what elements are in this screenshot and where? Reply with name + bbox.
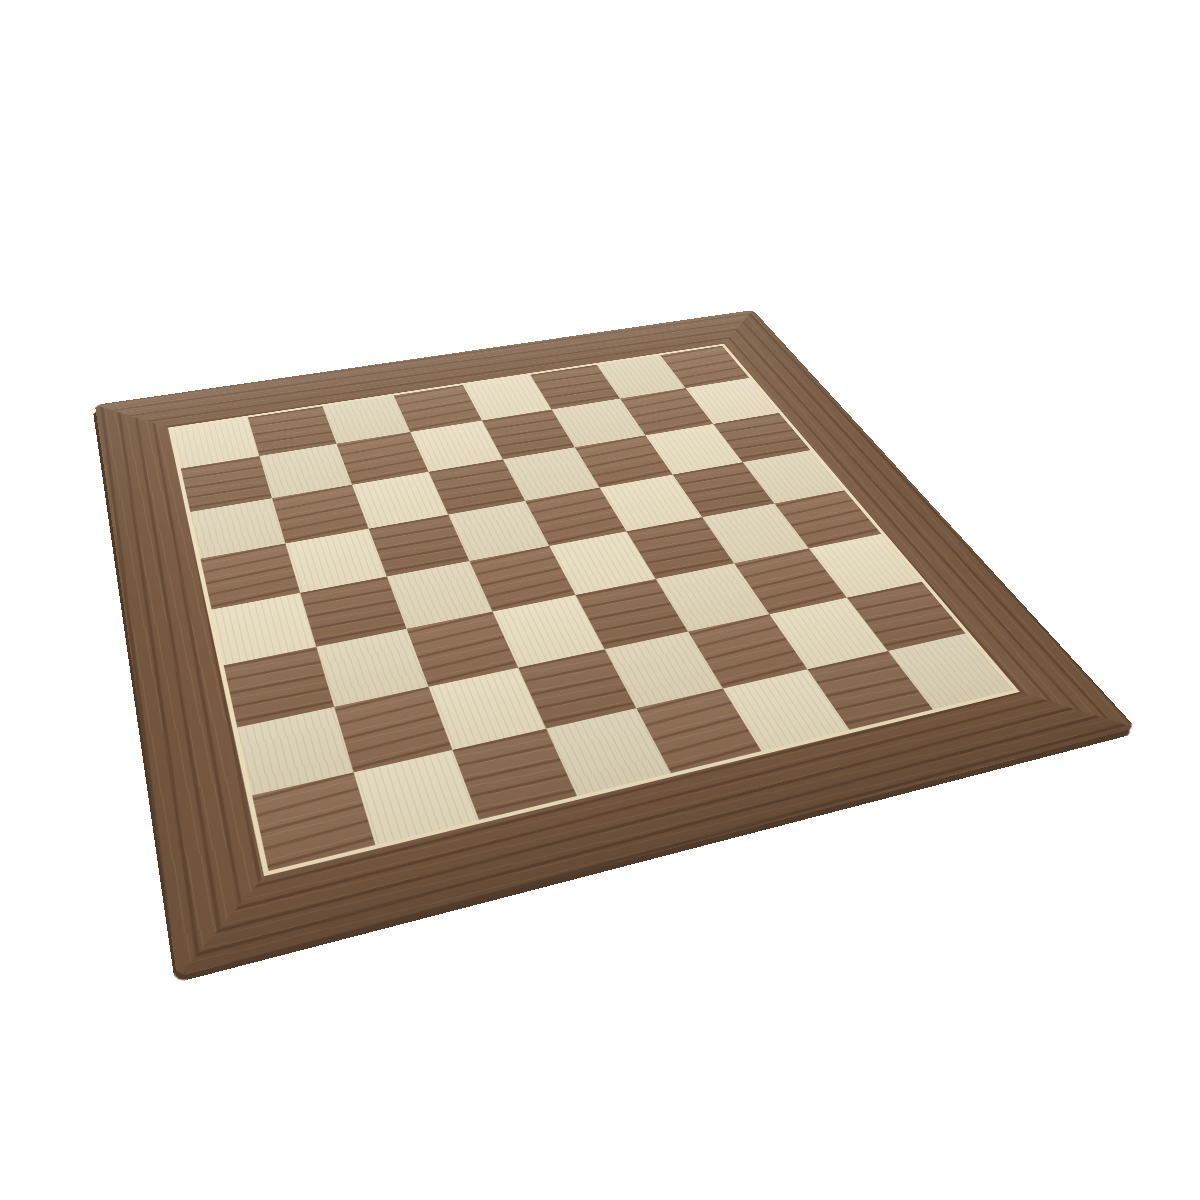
product-photo-scene [0,0,1200,1200]
chessboard [95,310,1136,977]
